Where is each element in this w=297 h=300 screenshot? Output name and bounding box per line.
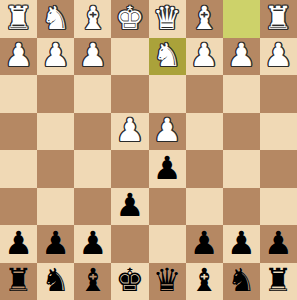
piece-white-pawn[interactable]: ♟ [153,114,182,146]
piece-black-pawn[interactable]: ♟ [264,227,293,259]
piece-black-rook[interactable]: ♜ [264,264,293,296]
square-g3[interactable] [37,75,74,113]
square-h8[interactable]: ♜ [0,263,37,300]
piece-black-queen[interactable]: ♛ [153,264,182,296]
piece-black-pawn[interactable]: ♟ [190,227,219,259]
square-c8[interactable]: ♝ [186,263,223,300]
square-b5[interactable] [223,150,260,188]
square-b7[interactable]: ♟ [223,225,260,263]
square-e8[interactable]: ♚ [111,263,148,300]
square-d4[interactable]: ♟ [149,113,186,151]
square-b8[interactable]: ♞ [223,263,260,300]
square-f8[interactable]: ♝ [74,263,111,300]
square-a6[interactable] [260,188,297,226]
piece-white-bishop[interactable]: ♝ [78,2,107,34]
square-a8[interactable]: ♜ [260,263,297,300]
square-c1[interactable]: ♝ [186,0,223,38]
square-h7[interactable]: ♟ [0,225,37,263]
square-g4[interactable] [37,113,74,151]
square-g1[interactable]: ♞ [37,0,74,38]
piece-black-knight[interactable]: ♞ [227,264,256,296]
piece-black-bishop[interactable]: ♝ [190,264,219,296]
square-c4[interactable] [186,113,223,151]
square-a7[interactable]: ♟ [260,225,297,263]
square-c7[interactable]: ♟ [186,225,223,263]
square-h5[interactable] [0,150,37,188]
piece-black-knight[interactable]: ♞ [41,264,70,296]
square-e1[interactable]: ♚ [111,0,148,38]
chess-board: ♜♞♝♚♛♝♜♟♟♟♞♟♟♟♟♟♟♟♟♟♟♟♟♟♜♞♝♚♛♝♞♜ [0,0,297,300]
square-b1[interactable] [223,0,260,38]
square-b4[interactable] [223,113,260,151]
piece-black-pawn[interactable]: ♟ [116,189,145,221]
square-f4[interactable] [74,113,111,151]
square-g2[interactable]: ♟ [37,38,74,76]
piece-black-pawn[interactable]: ♟ [153,152,182,184]
square-c6[interactable] [186,188,223,226]
piece-white-knight[interactable]: ♞ [41,2,70,34]
piece-white-rook[interactable]: ♜ [264,2,293,34]
piece-white-pawn[interactable]: ♟ [264,39,293,71]
square-d5[interactable]: ♟ [149,150,186,188]
square-a1[interactable]: ♜ [260,0,297,38]
square-a3[interactable] [260,75,297,113]
square-c2[interactable]: ♟ [186,38,223,76]
piece-white-king[interactable]: ♚ [116,2,145,34]
square-e5[interactable] [111,150,148,188]
piece-black-pawn[interactable]: ♟ [41,227,70,259]
square-d2[interactable]: ♞ [149,38,186,76]
square-h6[interactable] [0,188,37,226]
square-a5[interactable] [260,150,297,188]
square-a2[interactable]: ♟ [260,38,297,76]
square-e6[interactable]: ♟ [111,188,148,226]
piece-white-bishop[interactable]: ♝ [190,2,219,34]
square-e7[interactable] [111,225,148,263]
square-g5[interactable] [37,150,74,188]
square-e3[interactable] [111,75,148,113]
piece-white-knight[interactable]: ♞ [153,39,182,71]
square-g8[interactable]: ♞ [37,263,74,300]
square-f2[interactable]: ♟ [74,38,111,76]
square-b6[interactable] [223,188,260,226]
square-f1[interactable]: ♝ [74,0,111,38]
square-a4[interactable] [260,113,297,151]
square-b3[interactable] [223,75,260,113]
piece-white-rook[interactable]: ♜ [4,2,33,34]
square-d7[interactable] [149,225,186,263]
square-d8[interactable]: ♛ [149,263,186,300]
square-d3[interactable] [149,75,186,113]
square-f6[interactable] [74,188,111,226]
piece-black-pawn[interactable]: ♟ [227,227,256,259]
piece-black-king[interactable]: ♚ [116,264,145,296]
square-h1[interactable]: ♜ [0,0,37,38]
piece-white-pawn[interactable]: ♟ [116,114,145,146]
piece-white-pawn[interactable]: ♟ [4,39,33,71]
piece-white-pawn[interactable]: ♟ [190,39,219,71]
square-h4[interactable] [0,113,37,151]
square-h3[interactable] [0,75,37,113]
piece-white-queen[interactable]: ♛ [153,2,182,34]
square-h2[interactable]: ♟ [0,38,37,76]
square-g7[interactable]: ♟ [37,225,74,263]
square-d1[interactable]: ♛ [149,0,186,38]
square-e4[interactable]: ♟ [111,113,148,151]
square-f3[interactable] [74,75,111,113]
piece-black-bishop[interactable]: ♝ [78,264,107,296]
square-b2[interactable]: ♟ [223,38,260,76]
piece-black-pawn[interactable]: ♟ [78,227,107,259]
square-c5[interactable] [186,150,223,188]
square-d6[interactable] [149,188,186,226]
piece-black-rook[interactable]: ♜ [4,264,33,296]
piece-black-pawn[interactable]: ♟ [4,227,33,259]
square-f7[interactable]: ♟ [74,225,111,263]
piece-white-pawn[interactable]: ♟ [227,39,256,71]
square-c3[interactable] [186,75,223,113]
piece-white-pawn[interactable]: ♟ [41,39,70,71]
square-e2[interactable] [111,38,148,76]
square-f5[interactable] [74,150,111,188]
piece-white-pawn[interactable]: ♟ [78,39,107,71]
square-g6[interactable] [37,188,74,226]
